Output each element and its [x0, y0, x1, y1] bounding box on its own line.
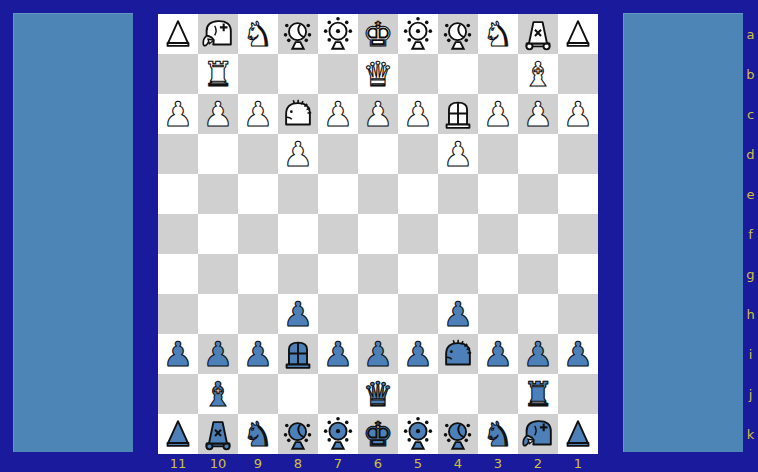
piece-white-pawn[interactable]: ♟ [283, 137, 313, 171]
square-c8[interactable] [278, 94, 318, 134]
square-e10[interactable] [198, 174, 238, 214]
square-b6[interactable]: ♛ [358, 54, 398, 94]
piece-white-moon-disc[interactable] [278, 14, 318, 54]
board: ♞♚♞♜♛♝♟♟♟♟♟♟♟♟♟♟♟♟♟♟♟♟♟♟♟♟♟♟♝♛♜♞♚♞ [158, 14, 598, 454]
square-c6[interactable]: ♟ [358, 94, 398, 134]
piece-white-pawn[interactable]: ♟ [243, 97, 273, 131]
piece-blue-pawn[interactable]: ♟ [203, 337, 233, 371]
square-a5[interactable] [398, 14, 438, 54]
square-j9[interactable] [238, 374, 278, 414]
square-e8[interactable] [278, 174, 318, 214]
piece-white-pawn[interactable]: ♟ [523, 97, 553, 131]
square-k10[interactable] [198, 414, 238, 454]
square-g9[interactable] [238, 254, 278, 294]
square-g1[interactable] [558, 254, 598, 294]
piece-white-sun-disc[interactable] [398, 14, 438, 54]
piece-white-elephant[interactable] [198, 14, 238, 54]
square-e7[interactable] [318, 174, 358, 214]
piece-blue-pawn[interactable]: ♟ [523, 337, 553, 371]
file-label: 1 [558, 455, 598, 471]
square-i9[interactable]: ♟ [238, 334, 278, 374]
square-c4[interactable] [438, 94, 478, 134]
rank-label: e [743, 174, 758, 214]
square-i11[interactable]: ♟ [158, 334, 198, 374]
square-h1[interactable] [558, 294, 598, 334]
square-a8[interactable] [278, 14, 318, 54]
square-c1[interactable]: ♟ [558, 94, 598, 134]
square-b7[interactable] [318, 54, 358, 94]
file-label: 6 [358, 455, 398, 471]
piece-white-war-machine[interactable] [518, 14, 558, 54]
piece-blue-queen[interactable]: ♛ [363, 377, 393, 411]
square-c10[interactable]: ♟ [198, 94, 238, 134]
square-b3[interactable] [478, 54, 518, 94]
square-k2[interactable] [518, 414, 558, 454]
square-c9[interactable]: ♟ [238, 94, 278, 134]
square-k1[interactable] [558, 414, 598, 454]
piece-blue-pawn[interactable]: ♟ [363, 337, 393, 371]
app-window: ♞♚♞♜♛♝♟♟♟♟♟♟♟♟♟♟♟♟♟♟♟♟♟♟♟♟♟♟♝♛♜♞♚♞ 11109… [0, 0, 758, 472]
square-j8[interactable] [278, 374, 318, 414]
piece-blue-knight[interactable]: ♞ [483, 417, 513, 451]
square-i6[interactable]: ♟ [358, 334, 398, 374]
square-b8[interactable] [278, 54, 318, 94]
rank-label: h [743, 294, 758, 334]
piece-blue-pawn[interactable]: ♟ [563, 337, 593, 371]
square-a11[interactable] [158, 14, 198, 54]
piece-white-pawn[interactable]: ♟ [403, 97, 433, 131]
square-j7[interactable] [318, 374, 358, 414]
piece-blue-hero-helmet[interactable] [438, 334, 478, 374]
file-label: 4 [438, 455, 478, 471]
piece-white-pawn[interactable]: ♟ [203, 97, 233, 131]
square-j4[interactable] [438, 374, 478, 414]
square-c5[interactable]: ♟ [398, 94, 438, 134]
piece-blue-pawn[interactable]: ♟ [243, 337, 273, 371]
piece-blue-king[interactable]: ♚ [363, 417, 393, 451]
square-k6[interactable]: ♚ [358, 414, 398, 454]
piece-blue-sun-disc[interactable] [318, 414, 358, 454]
square-g10[interactable] [198, 254, 238, 294]
square-f2[interactable] [518, 214, 558, 254]
square-j2[interactable]: ♜ [518, 374, 558, 414]
piece-white-gate[interactable] [438, 94, 478, 134]
square-i7[interactable]: ♟ [318, 334, 358, 374]
rank-label: j [743, 374, 758, 414]
square-e4[interactable] [438, 174, 478, 214]
square-g4[interactable] [438, 254, 478, 294]
square-h11[interactable] [158, 294, 198, 334]
piece-white-knight[interactable]: ♞ [243, 17, 273, 51]
square-d3[interactable] [478, 134, 518, 174]
square-h5[interactable] [398, 294, 438, 334]
square-c7[interactable]: ♟ [318, 94, 358, 134]
rank-label: a [743, 14, 758, 54]
square-d9[interactable] [238, 134, 278, 174]
square-a9[interactable]: ♞ [238, 14, 278, 54]
square-a3[interactable]: ♞ [478, 14, 518, 54]
square-k11[interactable] [158, 414, 198, 454]
square-h9[interactable] [238, 294, 278, 334]
rank-label: b [743, 54, 758, 94]
piece-blue-gate[interactable] [278, 334, 318, 374]
square-i1[interactable]: ♟ [558, 334, 598, 374]
square-k5[interactable] [398, 414, 438, 454]
square-f5[interactable] [398, 214, 438, 254]
square-j10[interactable]: ♝ [198, 374, 238, 414]
square-b5[interactable] [398, 54, 438, 94]
square-g6[interactable] [358, 254, 398, 294]
piece-white-sun-disc[interactable] [318, 14, 358, 54]
piece-blue-pawn[interactable]: ♟ [483, 337, 513, 371]
square-e1[interactable] [558, 174, 598, 214]
square-g5[interactable] [398, 254, 438, 294]
square-g11[interactable] [158, 254, 198, 294]
piece-white-pawn[interactable]: ♟ [363, 97, 393, 131]
rank-labels: abcdefghijk [743, 14, 758, 454]
square-d6[interactable] [358, 134, 398, 174]
square-b4[interactable] [438, 54, 478, 94]
piece-blue-elephant[interactable] [518, 414, 558, 454]
square-d10[interactable] [198, 134, 238, 174]
piece-blue-pawn[interactable]: ♟ [163, 337, 193, 371]
square-h7[interactable] [318, 294, 358, 334]
square-b9[interactable] [238, 54, 278, 94]
rank-label: k [743, 414, 758, 454]
square-f11[interactable] [158, 214, 198, 254]
square-c3[interactable]: ♟ [478, 94, 518, 134]
right-panel [623, 13, 743, 452]
square-f7[interactable] [318, 214, 358, 254]
file-label: 10 [198, 455, 238, 471]
file-labels: 1110987654321 [158, 455, 598, 471]
square-i10[interactable]: ♟ [198, 334, 238, 374]
square-a4[interactable] [438, 14, 478, 54]
square-j3[interactable] [478, 374, 518, 414]
square-h3[interactable] [478, 294, 518, 334]
square-i2[interactable]: ♟ [518, 334, 558, 374]
square-a6[interactable]: ♚ [358, 14, 398, 54]
square-e2[interactable] [518, 174, 558, 214]
piece-white-hero-helmet[interactable] [278, 94, 318, 134]
square-k7[interactable] [318, 414, 358, 454]
square-d7[interactable] [318, 134, 358, 174]
square-b2[interactable]: ♝ [518, 54, 558, 94]
piece-white-king[interactable]: ♚ [363, 17, 393, 51]
square-f9[interactable] [238, 214, 278, 254]
piece-blue-rook[interactable]: ♜ [523, 377, 553, 411]
file-label: 5 [398, 455, 438, 471]
piece-white-pawn[interactable]: ♟ [163, 97, 193, 131]
square-e6[interactable] [358, 174, 398, 214]
square-a2[interactable] [518, 14, 558, 54]
piece-blue-sun-disc[interactable] [398, 414, 438, 454]
square-h2[interactable] [518, 294, 558, 334]
square-k8[interactable] [278, 414, 318, 454]
file-label: 7 [318, 455, 358, 471]
square-c2[interactable]: ♟ [518, 94, 558, 134]
piece-blue-pawn[interactable]: ♟ [403, 337, 433, 371]
square-b10[interactable]: ♜ [198, 54, 238, 94]
rank-label: d [743, 134, 758, 174]
square-f8[interactable] [278, 214, 318, 254]
piece-white-pawn[interactable]: ♟ [563, 97, 593, 131]
square-j6[interactable]: ♛ [358, 374, 398, 414]
square-j1[interactable] [558, 374, 598, 414]
piece-white-pawn[interactable]: ♟ [483, 97, 513, 131]
rank-label: g [743, 254, 758, 294]
rank-label: c [743, 94, 758, 134]
square-g3[interactable] [478, 254, 518, 294]
piece-blue-pawn[interactable]: ♟ [283, 297, 313, 331]
piece-blue-war-machine[interactable] [198, 414, 238, 454]
square-b1[interactable] [558, 54, 598, 94]
square-b11[interactable] [158, 54, 198, 94]
piece-blue-moon-disc[interactable] [278, 414, 318, 454]
square-j11[interactable] [158, 374, 198, 414]
piece-blue-knight[interactable]: ♞ [243, 417, 273, 451]
square-i3[interactable]: ♟ [478, 334, 518, 374]
square-e5[interactable] [398, 174, 438, 214]
square-i8[interactable] [278, 334, 318, 374]
square-f10[interactable] [198, 214, 238, 254]
square-h6[interactable] [358, 294, 398, 334]
square-h10[interactable] [198, 294, 238, 334]
square-d11[interactable] [158, 134, 198, 174]
square-g7[interactable] [318, 254, 358, 294]
square-f6[interactable] [358, 214, 398, 254]
left-panel [13, 13, 133, 452]
square-k4[interactable] [438, 414, 478, 454]
piece-blue-pawn[interactable]: ♟ [443, 297, 473, 331]
square-a10[interactable] [198, 14, 238, 54]
piece-blue-bishop[interactable]: ♝ [203, 377, 233, 411]
rank-label: f [743, 214, 758, 254]
square-i4[interactable] [438, 334, 478, 374]
piece-white-moon-disc[interactable] [438, 14, 478, 54]
square-j5[interactable] [398, 374, 438, 414]
square-g8[interactable] [278, 254, 318, 294]
square-k9[interactable]: ♞ [238, 414, 278, 454]
file-label: 3 [478, 455, 518, 471]
piece-white-queen[interactable]: ♛ [363, 57, 393, 91]
square-e3[interactable] [478, 174, 518, 214]
file-label: 2 [518, 455, 558, 471]
square-d5[interactable] [398, 134, 438, 174]
piece-white-knight[interactable]: ♞ [483, 17, 513, 51]
rank-label: i [743, 334, 758, 374]
square-f4[interactable] [438, 214, 478, 254]
square-h4[interactable]: ♟ [438, 294, 478, 334]
square-h8[interactable]: ♟ [278, 294, 318, 334]
square-f1[interactable] [558, 214, 598, 254]
piece-blue-pawn[interactable]: ♟ [323, 337, 353, 371]
square-d8[interactable]: ♟ [278, 134, 318, 174]
square-d1[interactable] [558, 134, 598, 174]
square-e9[interactable] [238, 174, 278, 214]
square-i5[interactable]: ♟ [398, 334, 438, 374]
square-e11[interactable] [158, 174, 198, 214]
square-k3[interactable]: ♞ [478, 414, 518, 454]
square-d2[interactable] [518, 134, 558, 174]
piece-blue-cone[interactable] [558, 414, 598, 454]
file-label: 11 [158, 455, 198, 471]
piece-white-bishop[interactable]: ♝ [523, 57, 553, 91]
piece-white-pawn[interactable]: ♟ [443, 137, 473, 171]
file-label: 8 [278, 455, 318, 471]
piece-blue-cone[interactable] [158, 414, 198, 454]
piece-blue-moon-disc[interactable] [438, 414, 478, 454]
square-a7[interactable] [318, 14, 358, 54]
square-d4[interactable]: ♟ [438, 134, 478, 174]
piece-white-cone[interactable] [558, 14, 598, 54]
file-label: 9 [238, 455, 278, 471]
piece-white-pawn[interactable]: ♟ [323, 97, 353, 131]
square-a1[interactable] [558, 14, 598, 54]
piece-white-cone[interactable] [158, 14, 198, 54]
square-g2[interactable] [518, 254, 558, 294]
square-c11[interactable]: ♟ [158, 94, 198, 134]
square-f3[interactable] [478, 214, 518, 254]
piece-white-rook[interactable]: ♜ [203, 57, 233, 91]
